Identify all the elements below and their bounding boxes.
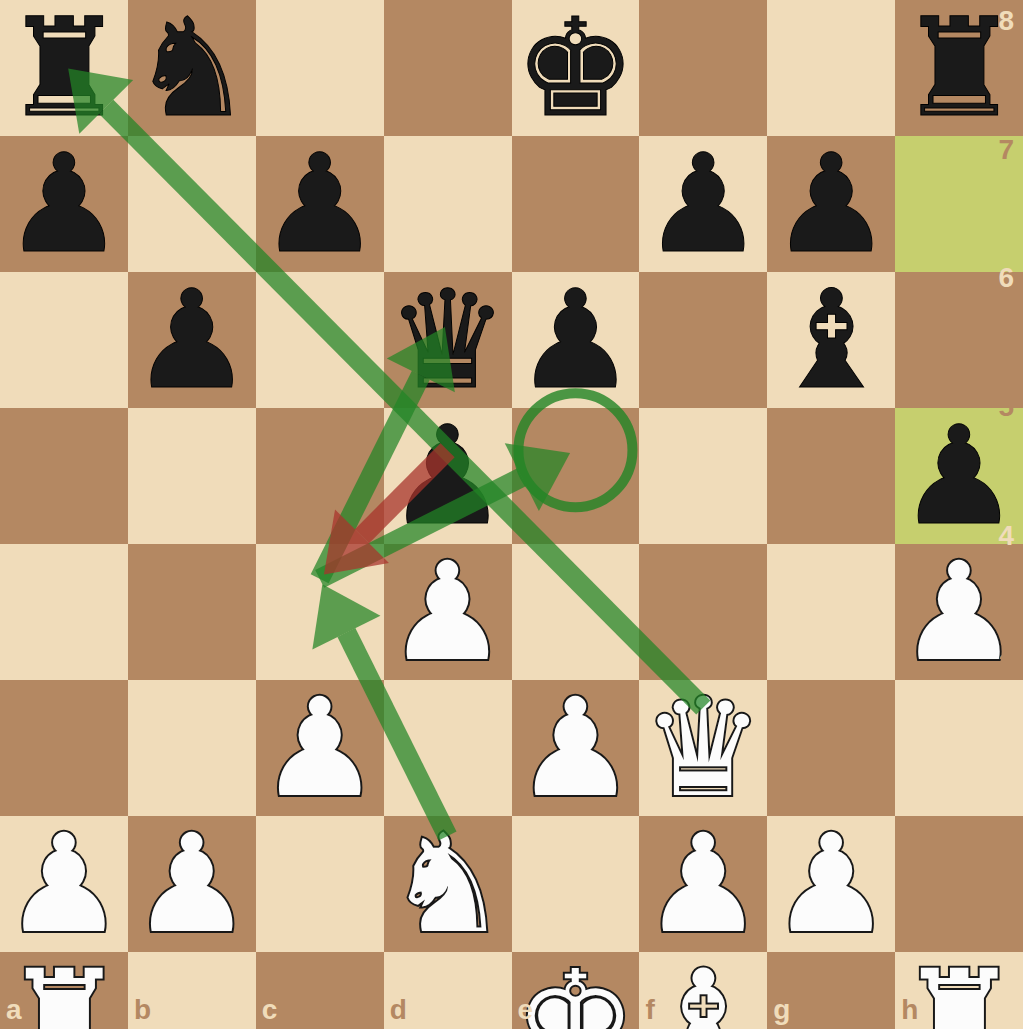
square-c6[interactable] — [256, 272, 384, 408]
chess-board-grid: ♜♞♚♜♟♟♟♟♟♛♟♝♟♟♟♟♟♟♛♟♟♞♟♟♜♚♝♜ — [0, 0, 1023, 1029]
square-d5[interactable]: ♟ — [384, 408, 512, 544]
square-b2[interactable]: ♟ — [128, 816, 256, 952]
square-a7[interactable]: ♟ — [0, 136, 128, 272]
square-c3[interactable]: ♟ — [256, 680, 384, 816]
piece-black-rook[interactable]: ♜ — [3, 0, 125, 136]
square-h3[interactable] — [895, 680, 1023, 816]
square-e3[interactable]: ♟ — [512, 680, 640, 816]
square-h8[interactable]: ♜ — [895, 0, 1023, 136]
square-f5[interactable] — [639, 408, 767, 544]
piece-black-rook[interactable]: ♜ — [898, 0, 1020, 136]
piece-black-pawn[interactable]: ♟ — [898, 408, 1020, 544]
chess-board: ♜♞♚♜♟♟♟♟♟♛♟♝♟♟♟♟♟♟♛♟♟♞♟♟♜♚♝♜ abcdefgh876… — [0, 0, 1023, 1029]
square-g6[interactable]: ♝ — [767, 272, 895, 408]
square-c4[interactable] — [256, 544, 384, 680]
square-e1[interactable]: ♚ — [512, 952, 640, 1029]
square-b8[interactable]: ♞ — [128, 0, 256, 136]
square-f6[interactable] — [639, 272, 767, 408]
square-b6[interactable]: ♟ — [128, 272, 256, 408]
piece-white-pawn[interactable]: ♟ — [259, 680, 381, 816]
square-g5[interactable] — [767, 408, 895, 544]
square-c7[interactable]: ♟ — [256, 136, 384, 272]
piece-white-pawn[interactable]: ♟ — [131, 816, 253, 952]
square-e6[interactable]: ♟ — [512, 272, 640, 408]
piece-white-king[interactable]: ♚ — [514, 952, 636, 1029]
square-f3[interactable]: ♛ — [639, 680, 767, 816]
square-a6[interactable] — [0, 272, 128, 408]
square-d8[interactable] — [384, 0, 512, 136]
square-c2[interactable] — [256, 816, 384, 952]
square-a4[interactable] — [0, 544, 128, 680]
piece-black-pawn[interactable]: ♟ — [514, 272, 636, 408]
square-f8[interactable] — [639, 0, 767, 136]
square-e2[interactable] — [512, 816, 640, 952]
square-f2[interactable]: ♟ — [639, 816, 767, 952]
piece-black-pawn[interactable]: ♟ — [259, 136, 381, 272]
square-a5[interactable] — [0, 408, 128, 544]
piece-black-pawn[interactable]: ♟ — [770, 136, 892, 272]
square-g4[interactable] — [767, 544, 895, 680]
square-a2[interactable]: ♟ — [0, 816, 128, 952]
square-c1[interactable] — [256, 952, 384, 1029]
square-d3[interactable] — [384, 680, 512, 816]
piece-white-pawn[interactable]: ♟ — [3, 816, 125, 952]
square-c5[interactable] — [256, 408, 384, 544]
piece-white-rook[interactable]: ♜ — [898, 952, 1020, 1029]
square-g8[interactable] — [767, 0, 895, 136]
square-g1[interactable] — [767, 952, 895, 1029]
piece-white-rook[interactable]: ♜ — [3, 952, 125, 1029]
square-b1[interactable] — [128, 952, 256, 1029]
square-h5[interactable]: ♟ — [895, 408, 1023, 544]
square-e8[interactable]: ♚ — [512, 0, 640, 136]
piece-black-pawn[interactable]: ♟ — [387, 408, 509, 544]
piece-white-pawn[interactable]: ♟ — [770, 816, 892, 952]
piece-white-pawn[interactable]: ♟ — [642, 816, 764, 952]
piece-black-king[interactable]: ♚ — [514, 0, 636, 136]
piece-black-pawn[interactable]: ♟ — [3, 136, 125, 272]
square-b3[interactable] — [128, 680, 256, 816]
square-a8[interactable]: ♜ — [0, 0, 128, 136]
square-g7[interactable]: ♟ — [767, 136, 895, 272]
square-g3[interactable] — [767, 680, 895, 816]
piece-white-knight[interactable]: ♞ — [387, 816, 509, 952]
square-d1[interactable] — [384, 952, 512, 1029]
square-d7[interactable] — [384, 136, 512, 272]
square-b7[interactable] — [128, 136, 256, 272]
piece-white-bishop[interactable]: ♝ — [642, 952, 764, 1029]
square-a1[interactable]: ♜ — [0, 952, 128, 1029]
square-e4[interactable] — [512, 544, 640, 680]
square-b4[interactable] — [128, 544, 256, 680]
square-a3[interactable] — [0, 680, 128, 816]
square-h4[interactable]: ♟ — [895, 544, 1023, 680]
piece-white-queen[interactable]: ♛ — [642, 680, 764, 816]
square-f4[interactable] — [639, 544, 767, 680]
square-e7[interactable] — [512, 136, 640, 272]
square-d6[interactable]: ♛ — [384, 272, 512, 408]
square-h1[interactable]: ♜ — [895, 952, 1023, 1029]
square-g2[interactable]: ♟ — [767, 816, 895, 952]
square-b5[interactable] — [128, 408, 256, 544]
square-f7[interactable]: ♟ — [639, 136, 767, 272]
square-h7[interactable] — [895, 136, 1023, 272]
piece-black-pawn[interactable]: ♟ — [642, 136, 764, 272]
piece-white-pawn[interactable]: ♟ — [387, 544, 509, 680]
square-h6[interactable] — [895, 272, 1023, 408]
square-d2[interactable]: ♞ — [384, 816, 512, 952]
square-h2[interactable] — [895, 816, 1023, 952]
piece-black-knight[interactable]: ♞ — [131, 0, 253, 136]
piece-black-bishop[interactable]: ♝ — [770, 272, 892, 408]
piece-white-pawn[interactable]: ♟ — [898, 544, 1020, 680]
square-f1[interactable]: ♝ — [639, 952, 767, 1029]
square-d4[interactable]: ♟ — [384, 544, 512, 680]
piece-white-pawn[interactable]: ♟ — [514, 680, 636, 816]
piece-black-queen[interactable]: ♛ — [387, 272, 509, 408]
piece-black-pawn[interactable]: ♟ — [131, 272, 253, 408]
square-e5[interactable] — [512, 408, 640, 544]
square-c8[interactable] — [256, 0, 384, 136]
